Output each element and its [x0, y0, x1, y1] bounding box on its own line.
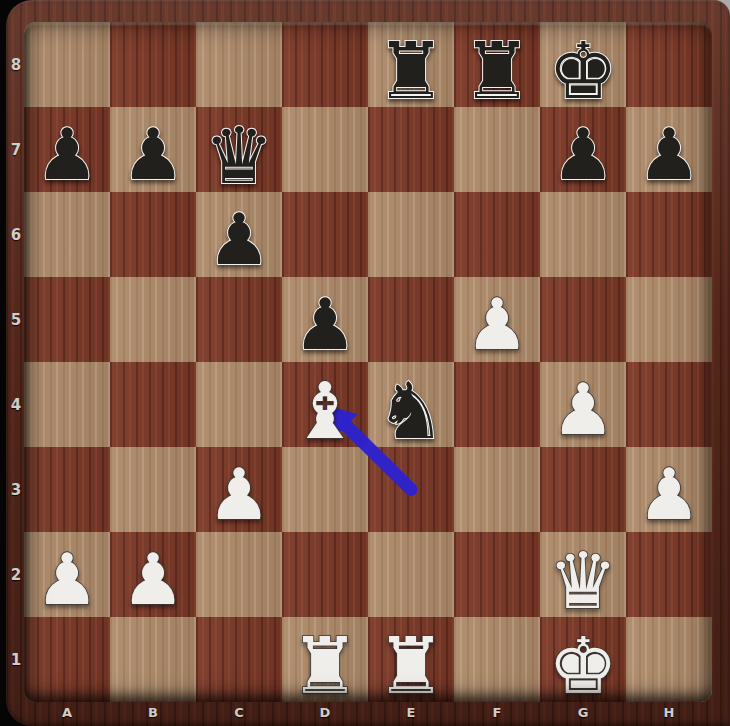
piece-white-bishop[interactable]: ♝ [290, 372, 360, 450]
piece-white-pawn[interactable]: ♟ [465, 289, 529, 360]
square-c5[interactable] [196, 277, 282, 362]
chess-position-view: ♜♜♚♟♟♛♟♟♟♟♟♝♞♟♟♟♟♟♛♜♜♚ 87654321ABCDEFGH [0, 0, 730, 726]
square-a1[interactable] [24, 617, 110, 702]
square-c4[interactable] [196, 362, 282, 447]
square-d7[interactable] [282, 107, 368, 192]
piece-black-pawn[interactable]: ♟ [207, 204, 271, 275]
square-f4[interactable] [454, 362, 540, 447]
file-label-f: F [454, 700, 540, 724]
rank-label-3: 3 [6, 447, 26, 532]
square-e6[interactable] [368, 192, 454, 277]
square-d8[interactable] [282, 22, 368, 107]
square-h4[interactable] [626, 362, 712, 447]
square-d1[interactable]: ♜ [282, 617, 368, 702]
board-frame: ♜♜♚♟♟♛♟♟♟♟♟♝♞♟♟♟♟♟♛♜♜♚ 87654321ABCDEFGH [6, 0, 730, 726]
square-b7[interactable]: ♟ [110, 107, 196, 192]
square-e7[interactable] [368, 107, 454, 192]
file-label-a: A [24, 700, 110, 724]
square-c6[interactable]: ♟ [196, 192, 282, 277]
square-g5[interactable] [540, 277, 626, 362]
rank-label-7: 7 [6, 107, 26, 192]
square-f5[interactable]: ♟ [454, 277, 540, 362]
rank-label-5: 5 [6, 277, 26, 362]
piece-black-pawn[interactable]: ♟ [637, 119, 701, 190]
square-h3[interactable]: ♟ [626, 447, 712, 532]
piece-black-pawn[interactable]: ♟ [35, 119, 99, 190]
square-f2[interactable] [454, 532, 540, 617]
square-a3[interactable] [24, 447, 110, 532]
piece-white-pawn[interactable]: ♟ [207, 459, 271, 530]
rank-label-6: 6 [6, 192, 26, 277]
square-g7[interactable]: ♟ [540, 107, 626, 192]
square-a7[interactable]: ♟ [24, 107, 110, 192]
square-f8[interactable]: ♜ [454, 22, 540, 107]
square-e3[interactable] [368, 447, 454, 532]
file-label-g: G [540, 700, 626, 724]
square-g8[interactable]: ♚ [540, 22, 626, 107]
square-b2[interactable]: ♟ [110, 532, 196, 617]
piece-black-knight[interactable]: ♞ [376, 372, 446, 450]
square-c1[interactable] [196, 617, 282, 702]
file-label-b: B [110, 700, 196, 724]
square-e5[interactable] [368, 277, 454, 362]
file-label-d: D [282, 700, 368, 724]
piece-white-rook[interactable]: ♜ [376, 627, 446, 703]
rank-label-4: 4 [6, 362, 26, 447]
square-a5[interactable] [24, 277, 110, 362]
square-h7[interactable]: ♟ [626, 107, 712, 192]
rank-label-8: 8 [6, 22, 26, 107]
square-d5[interactable]: ♟ [282, 277, 368, 362]
square-f7[interactable] [454, 107, 540, 192]
square-f6[interactable] [454, 192, 540, 277]
square-h5[interactable] [626, 277, 712, 362]
square-b8[interactable] [110, 22, 196, 107]
piece-white-pawn[interactable]: ♟ [637, 459, 701, 530]
piece-white-pawn[interactable]: ♟ [121, 544, 185, 615]
square-h2[interactable] [626, 532, 712, 617]
square-d4[interactable]: ♝ [282, 362, 368, 447]
square-h6[interactable] [626, 192, 712, 277]
rank-label-1: 1 [6, 617, 26, 702]
piece-black-queen[interactable]: ♛ [204, 117, 274, 195]
square-b3[interactable] [110, 447, 196, 532]
square-b4[interactable] [110, 362, 196, 447]
square-d2[interactable] [282, 532, 368, 617]
square-c7[interactable]: ♛ [196, 107, 282, 192]
square-b6[interactable] [110, 192, 196, 277]
square-g4[interactable]: ♟ [540, 362, 626, 447]
square-e2[interactable] [368, 532, 454, 617]
square-f1[interactable] [454, 617, 540, 702]
rank-label-2: 2 [6, 532, 26, 617]
square-g2[interactable]: ♛ [540, 532, 626, 617]
square-g1[interactable]: ♚ [540, 617, 626, 702]
file-label-e: E [368, 700, 454, 724]
square-d3[interactable] [282, 447, 368, 532]
square-a8[interactable] [24, 22, 110, 107]
square-f3[interactable] [454, 447, 540, 532]
square-a4[interactable] [24, 362, 110, 447]
square-a6[interactable] [24, 192, 110, 277]
square-c2[interactable] [196, 532, 282, 617]
square-e4[interactable]: ♞ [368, 362, 454, 447]
piece-black-rook[interactable]: ♜ [462, 32, 532, 110]
square-e1[interactable]: ♜ [368, 617, 454, 702]
square-a2[interactable]: ♟ [24, 532, 110, 617]
square-d6[interactable] [282, 192, 368, 277]
piece-black-pawn[interactable]: ♟ [121, 119, 185, 190]
square-c8[interactable] [196, 22, 282, 107]
square-b1[interactable] [110, 617, 196, 702]
piece-white-pawn[interactable]: ♟ [35, 544, 99, 615]
square-c3[interactable]: ♟ [196, 447, 282, 532]
square-g3[interactable] [540, 447, 626, 532]
square-h1[interactable] [626, 617, 712, 702]
chess-board: ♜♜♚♟♟♛♟♟♟♟♟♝♞♟♟♟♟♟♛♜♜♚ [24, 22, 712, 702]
square-h8[interactable] [626, 22, 712, 107]
file-label-c: C [196, 700, 282, 724]
square-e8[interactable]: ♜ [368, 22, 454, 107]
piece-white-queen[interactable]: ♛ [548, 542, 618, 620]
piece-black-rook[interactable]: ♜ [376, 32, 446, 110]
piece-black-pawn[interactable]: ♟ [293, 289, 357, 360]
piece-black-king[interactable]: ♚ [548, 32, 618, 110]
file-label-h: H [626, 700, 712, 724]
piece-black-pawn[interactable]: ♟ [551, 119, 615, 190]
square-b5[interactable] [110, 277, 196, 362]
piece-white-pawn[interactable]: ♟ [551, 374, 615, 445]
square-g6[interactable] [540, 192, 626, 277]
piece-white-rook[interactable]: ♜ [290, 627, 360, 703]
piece-white-king[interactable]: ♚ [548, 627, 618, 703]
